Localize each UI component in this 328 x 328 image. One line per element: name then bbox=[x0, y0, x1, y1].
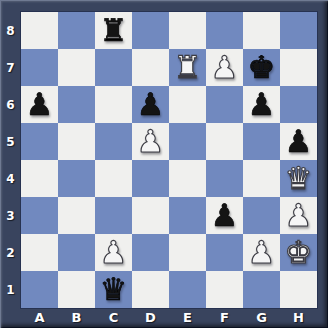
square-g6[interactable]: ♟ bbox=[243, 86, 280, 123]
square-c1[interactable]: ♛ bbox=[95, 271, 132, 308]
square-f6[interactable] bbox=[206, 86, 243, 123]
square-d8[interactable] bbox=[132, 12, 169, 49]
white-pawn-piece: ♟ bbox=[248, 237, 276, 268]
square-e6[interactable] bbox=[169, 86, 206, 123]
black-pawn-piece: ♟ bbox=[285, 126, 313, 157]
square-b5[interactable] bbox=[58, 123, 95, 160]
square-g8[interactable] bbox=[243, 12, 280, 49]
square-a2[interactable] bbox=[21, 234, 58, 271]
rank-label-1: 1 bbox=[0, 271, 21, 308]
square-g7[interactable]: ♚ bbox=[243, 49, 280, 86]
square-d7[interactable] bbox=[132, 49, 169, 86]
rank-label-5: 5 bbox=[0, 123, 21, 160]
square-e2[interactable] bbox=[169, 234, 206, 271]
file-label-e: E bbox=[169, 308, 206, 326]
rank-label-4: 4 bbox=[0, 160, 21, 197]
square-c2[interactable]: ♟ bbox=[95, 234, 132, 271]
file-label-a: A bbox=[21, 308, 58, 326]
white-pawn-piece: ♟ bbox=[285, 200, 313, 231]
rank-label-8: 8 bbox=[0, 12, 21, 49]
square-f1[interactable] bbox=[206, 271, 243, 308]
square-b4[interactable] bbox=[58, 160, 95, 197]
file-label-f: F bbox=[206, 308, 243, 326]
square-c7[interactable] bbox=[95, 49, 132, 86]
chess-board: ♜♜♟♚♟♟♟♟♟♛♟♟♟♟♚♛ bbox=[21, 12, 317, 308]
square-e3[interactable] bbox=[169, 197, 206, 234]
white-rook-piece: ♜ bbox=[174, 52, 202, 83]
black-pawn-piece: ♟ bbox=[248, 89, 276, 120]
square-f2[interactable] bbox=[206, 234, 243, 271]
square-c3[interactable] bbox=[95, 197, 132, 234]
square-h2[interactable]: ♚ bbox=[280, 234, 317, 271]
rank-label-3: 3 bbox=[0, 197, 21, 234]
square-a5[interactable] bbox=[21, 123, 58, 160]
square-f8[interactable] bbox=[206, 12, 243, 49]
square-a1[interactable] bbox=[21, 271, 58, 308]
square-h6[interactable] bbox=[280, 86, 317, 123]
square-d1[interactable] bbox=[132, 271, 169, 308]
black-king-piece: ♚ bbox=[248, 52, 276, 83]
square-c8[interactable]: ♜ bbox=[95, 12, 132, 49]
square-h5[interactable]: ♟ bbox=[280, 123, 317, 160]
black-rook-piece: ♜ bbox=[100, 15, 128, 46]
square-g2[interactable]: ♟ bbox=[243, 234, 280, 271]
square-c6[interactable] bbox=[95, 86, 132, 123]
white-pawn-piece: ♟ bbox=[100, 237, 128, 268]
square-d3[interactable] bbox=[132, 197, 169, 234]
square-e5[interactable] bbox=[169, 123, 206, 160]
square-b7[interactable] bbox=[58, 49, 95, 86]
square-g1[interactable] bbox=[243, 271, 280, 308]
chess-board-frame: ♜♜♟♚♟♟♟♟♟♛♟♟♟♟♚♛ 87654321 ABCDEFGH bbox=[0, 0, 328, 328]
square-a4[interactable] bbox=[21, 160, 58, 197]
rank-label-2: 2 bbox=[0, 234, 21, 271]
square-a8[interactable] bbox=[21, 12, 58, 49]
square-h8[interactable] bbox=[280, 12, 317, 49]
square-e4[interactable] bbox=[169, 160, 206, 197]
square-f4[interactable] bbox=[206, 160, 243, 197]
square-b8[interactable] bbox=[58, 12, 95, 49]
rank-label-6: 6 bbox=[0, 86, 21, 123]
black-pawn-piece: ♟ bbox=[26, 89, 54, 120]
square-a7[interactable] bbox=[21, 49, 58, 86]
square-g3[interactable] bbox=[243, 197, 280, 234]
square-c5[interactable] bbox=[95, 123, 132, 160]
file-label-h: H bbox=[280, 308, 317, 326]
square-h1[interactable] bbox=[280, 271, 317, 308]
square-h3[interactable]: ♟ bbox=[280, 197, 317, 234]
square-b2[interactable] bbox=[58, 234, 95, 271]
file-label-c: C bbox=[95, 308, 132, 326]
square-d5[interactable]: ♟ bbox=[132, 123, 169, 160]
white-king-piece: ♚ bbox=[285, 237, 313, 268]
square-e8[interactable] bbox=[169, 12, 206, 49]
square-c4[interactable] bbox=[95, 160, 132, 197]
square-b1[interactable] bbox=[58, 271, 95, 308]
square-d4[interactable] bbox=[132, 160, 169, 197]
square-f7[interactable]: ♟ bbox=[206, 49, 243, 86]
black-queen-piece: ♛ bbox=[100, 274, 128, 305]
square-f5[interactable] bbox=[206, 123, 243, 160]
file-label-b: B bbox=[58, 308, 95, 326]
square-h4[interactable]: ♛ bbox=[280, 160, 317, 197]
file-label-d: D bbox=[132, 308, 169, 326]
black-pawn-piece: ♟ bbox=[211, 200, 239, 231]
square-e1[interactable] bbox=[169, 271, 206, 308]
square-d2[interactable] bbox=[132, 234, 169, 271]
white-pawn-piece: ♟ bbox=[137, 126, 165, 157]
white-pawn-piece: ♟ bbox=[211, 52, 239, 83]
square-e7[interactable]: ♜ bbox=[169, 49, 206, 86]
black-pawn-piece: ♟ bbox=[137, 89, 165, 120]
square-a3[interactable] bbox=[21, 197, 58, 234]
square-g4[interactable] bbox=[243, 160, 280, 197]
square-d6[interactable]: ♟ bbox=[132, 86, 169, 123]
square-h7[interactable] bbox=[280, 49, 317, 86]
rank-label-7: 7 bbox=[0, 49, 21, 86]
square-a6[interactable]: ♟ bbox=[21, 86, 58, 123]
square-b6[interactable] bbox=[58, 86, 95, 123]
white-queen-piece: ♛ bbox=[285, 163, 313, 194]
square-b3[interactable] bbox=[58, 197, 95, 234]
square-f3[interactable]: ♟ bbox=[206, 197, 243, 234]
file-label-g: G bbox=[243, 308, 280, 326]
square-g5[interactable] bbox=[243, 123, 280, 160]
